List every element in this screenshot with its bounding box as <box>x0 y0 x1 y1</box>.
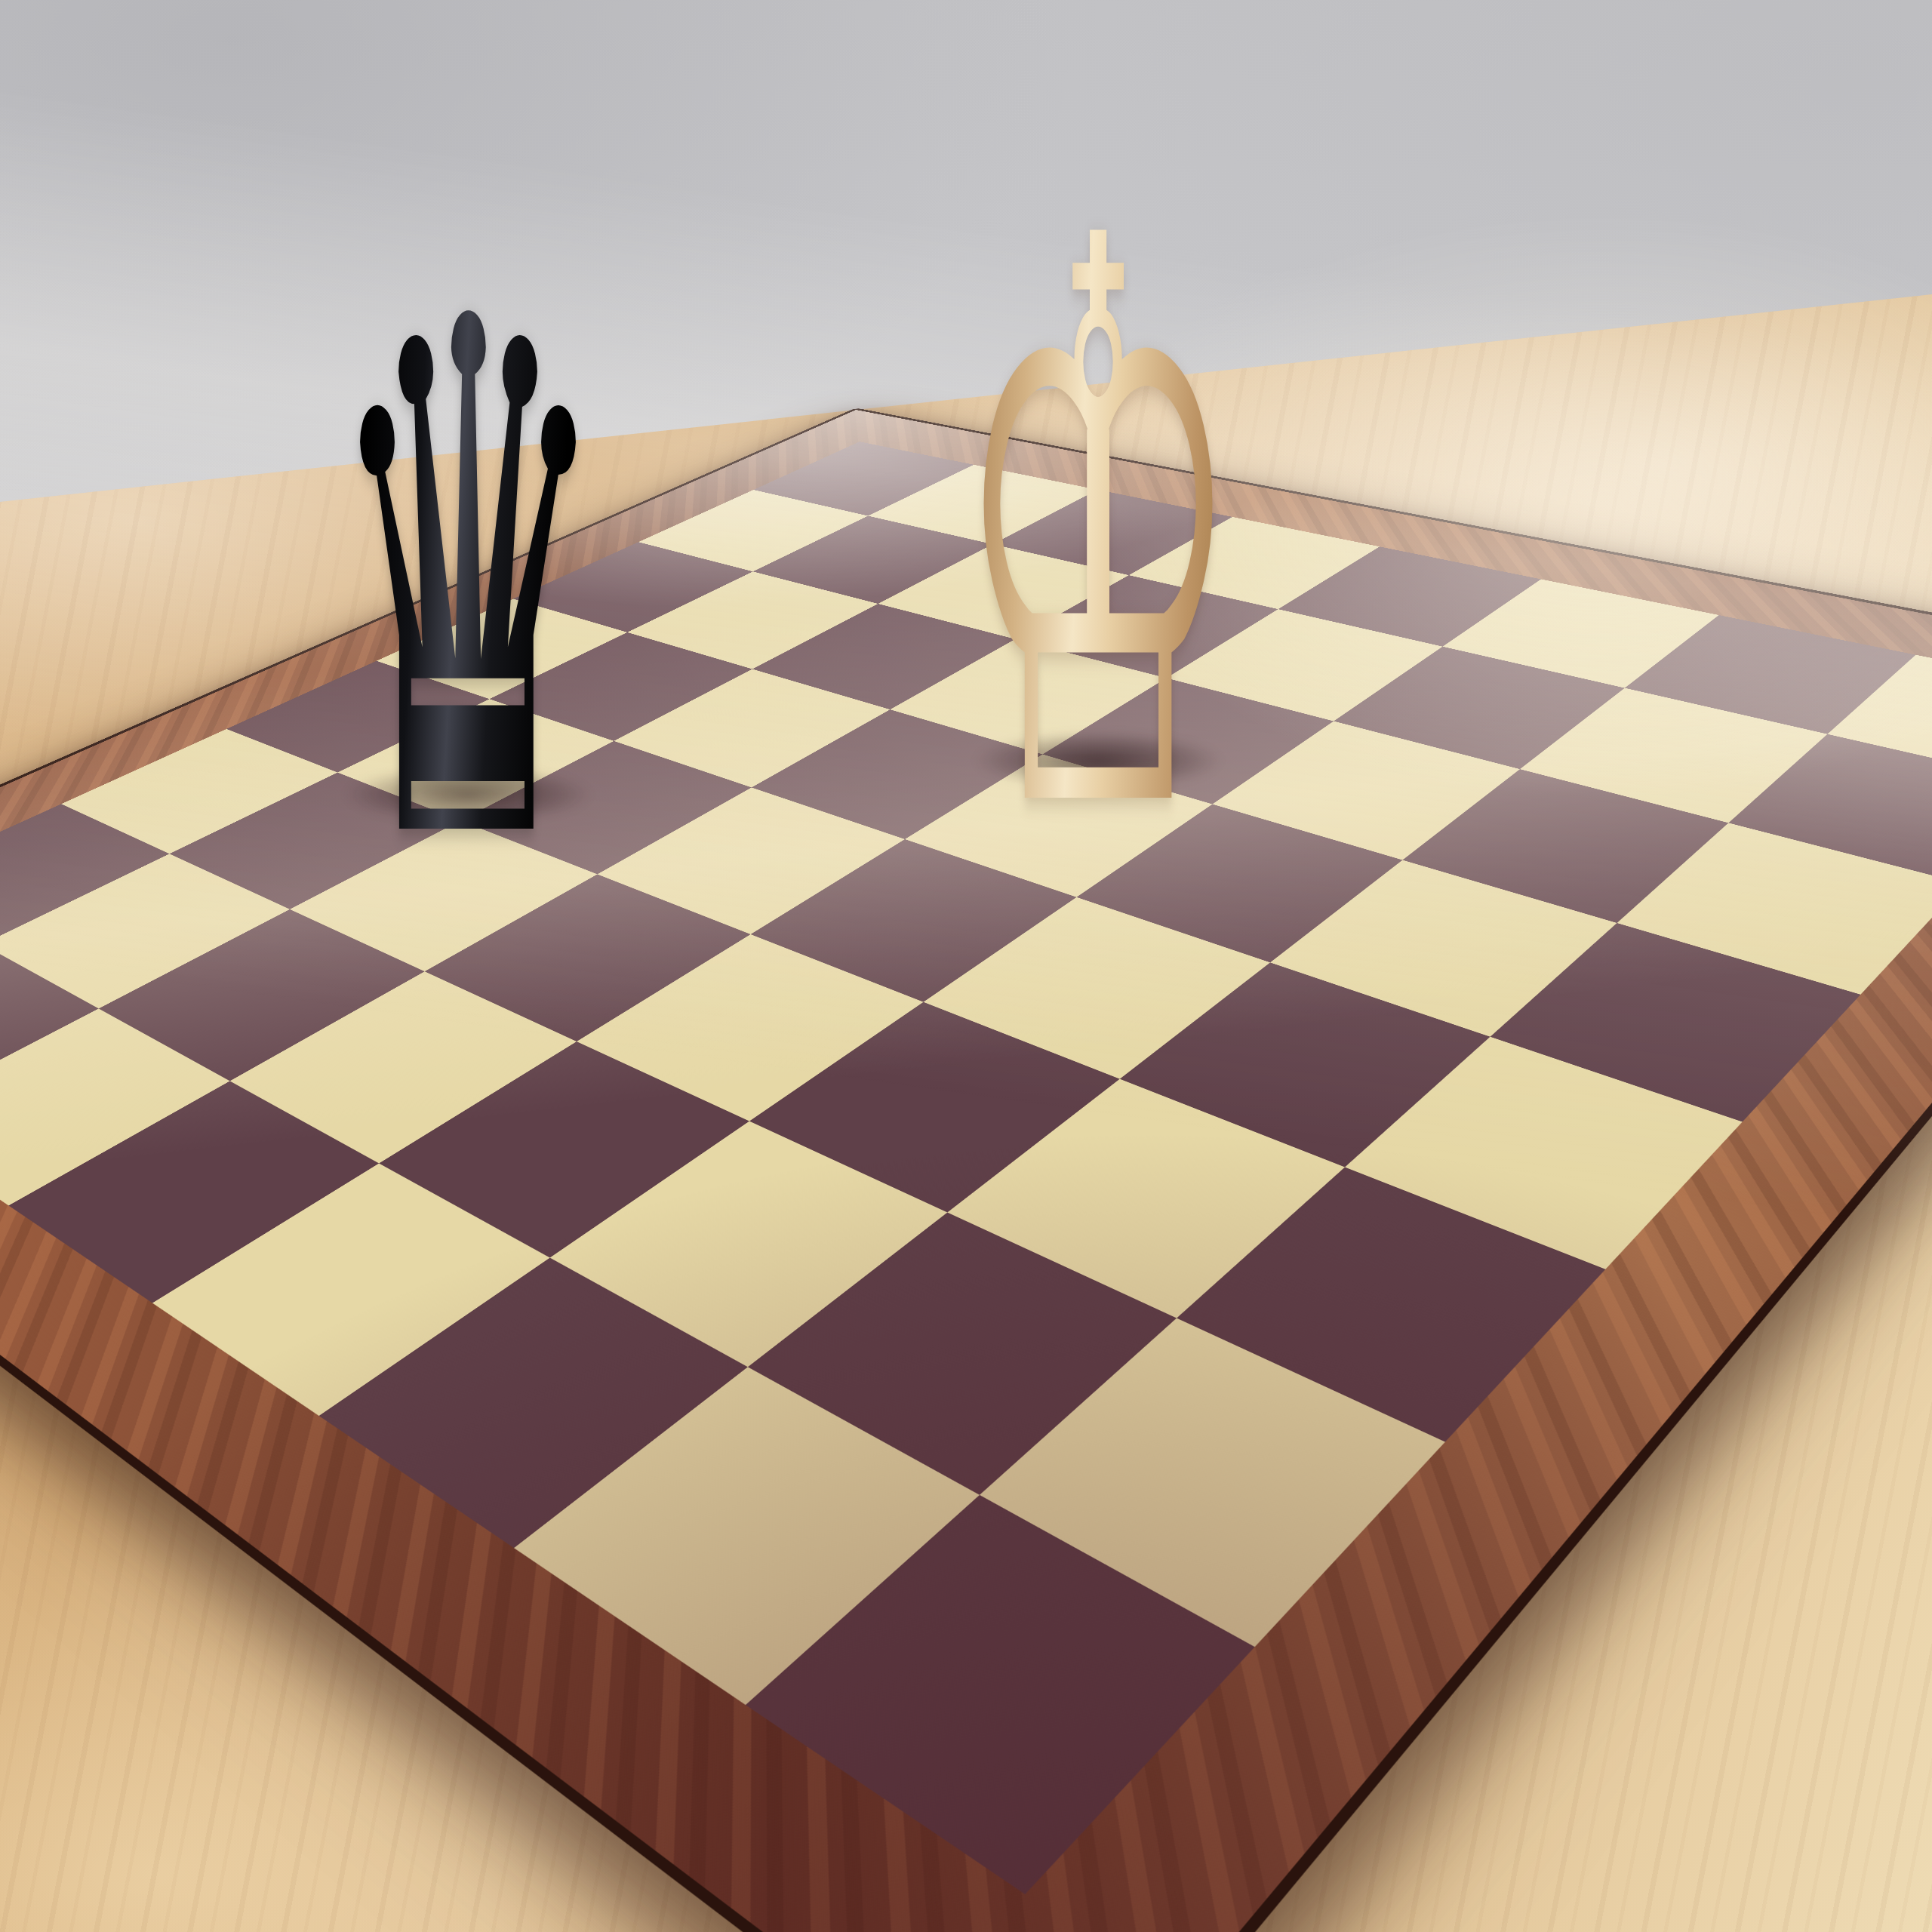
white-king-glyph: ♔ <box>952 140 1244 918</box>
black-queen-glyph: ♛ <box>325 229 611 938</box>
photo-scene: ♛ ♛ ♔ ♔ <box>0 0 1932 1932</box>
